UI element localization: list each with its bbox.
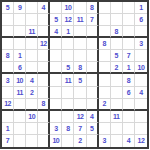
cell-r6c11[interactable]: 1 <box>123 62 135 74</box>
cell-r4c8[interactable] <box>87 38 99 50</box>
cell-r4c9[interactable]: 8 <box>99 38 111 50</box>
cell-r2c11[interactable] <box>123 14 135 26</box>
cell-r10c9[interactable] <box>99 111 111 123</box>
cell-r9c12[interactable] <box>135 99 147 111</box>
cell-r8c11[interactable]: 6 <box>123 87 135 99</box>
cell-r2c8[interactable]: 7 <box>87 14 99 26</box>
cell-r11c11[interactable] <box>123 123 135 135</box>
cell-r5c9[interactable] <box>99 50 111 62</box>
cell-r10c7[interactable]: 12 <box>74 111 86 123</box>
cell-r4c3[interactable] <box>26 38 38 50</box>
cell-r6c9[interactable] <box>99 62 111 74</box>
cell-r10c12[interactable] <box>135 111 147 123</box>
cell-r7c3[interactable]: 4 <box>26 74 38 86</box>
cell-r9c3[interactable] <box>26 99 38 111</box>
cell-r9c1[interactable]: 12 <box>2 99 14 111</box>
cell-r9c4[interactable]: 8 <box>38 99 50 111</box>
cell-r1c3[interactable] <box>26 2 38 14</box>
cell-r12c9[interactable]: 3 <box>99 135 111 147</box>
cell-r1c11[interactable] <box>123 2 135 14</box>
cell-r8c4[interactable] <box>38 87 50 99</box>
cell-r4c7[interactable] <box>74 38 86 50</box>
cell-r5c1[interactable]: 8 <box>2 50 14 62</box>
cell-r11c5[interactable]: 3 <box>50 123 62 135</box>
cell-r5c10[interactable]: 5 <box>111 50 123 62</box>
cell-r3c1[interactable] <box>2 26 14 38</box>
cell-r2c5[interactable]: 5 <box>50 14 62 26</box>
cell-r12c12[interactable]: 12 <box>135 135 147 147</box>
cell-r3c4[interactable] <box>38 26 50 38</box>
sudoku-board: 5941081512117611418128381576582110310411… <box>0 0 149 149</box>
cell-r7c4[interactable] <box>38 74 50 86</box>
cell-r10c5[interactable] <box>50 111 62 123</box>
cell-r8c8[interactable] <box>87 87 99 99</box>
cell-r2c6[interactable]: 12 <box>62 14 74 26</box>
cell-r4c1[interactable] <box>2 38 14 50</box>
cell-r4c11[interactable] <box>123 38 135 50</box>
cell-r3c11[interactable] <box>123 26 135 38</box>
cell-r3c10[interactable]: 8 <box>111 26 123 38</box>
cell-r1c9[interactable] <box>99 2 111 14</box>
cell-r12c4[interactable] <box>38 135 50 147</box>
cell-r7c2[interactable]: 10 <box>14 74 26 86</box>
cell-r7c9[interactable] <box>99 74 111 86</box>
cell-r3c3[interactable]: 11 <box>26 26 38 38</box>
cell-r8c2[interactable]: 11 <box>14 87 26 99</box>
cell-r8c1[interactable] <box>2 87 14 99</box>
cell-r7c6[interactable]: 11 <box>62 74 74 86</box>
cell-r1c10[interactable] <box>111 2 123 14</box>
cell-r5c4[interactable] <box>38 50 50 62</box>
cell-r2c9[interactable] <box>99 14 111 26</box>
cell-r8c7[interactable] <box>74 87 86 99</box>
cell-r11c7[interactable]: 7 <box>74 123 86 135</box>
cell-r9c5[interactable] <box>50 99 62 111</box>
cell-r7c8[interactable] <box>87 74 99 86</box>
cell-r5c8[interactable] <box>87 50 99 62</box>
cell-r7c1[interactable]: 3 <box>2 74 14 86</box>
cell-r4c4[interactable]: 12 <box>38 38 50 50</box>
cell-r9c9[interactable]: 2 <box>99 99 111 111</box>
cell-r12c7[interactable]: 2 <box>74 135 86 147</box>
cell-r12c1[interactable]: 7 <box>2 135 14 147</box>
cell-r1c12[interactable]: 1 <box>135 2 147 14</box>
cell-r5c3[interactable] <box>26 50 38 62</box>
cell-r6c1[interactable] <box>2 62 14 74</box>
cell-r12c10[interactable] <box>111 135 123 147</box>
cell-r4c12[interactable]: 3 <box>135 38 147 50</box>
cell-r3c6[interactable]: 1 <box>62 26 74 38</box>
cell-r6c6[interactable]: 5 <box>62 62 74 74</box>
cell-r3c5[interactable]: 4 <box>50 26 62 38</box>
cell-r9c10[interactable] <box>111 99 123 111</box>
cell-r6c12[interactable]: 10 <box>135 62 147 74</box>
cell-r11c8[interactable]: 5 <box>87 123 99 135</box>
cell-r2c4[interactable] <box>38 14 50 26</box>
cell-r6c8[interactable] <box>87 62 99 74</box>
cell-r2c1[interactable] <box>2 14 14 26</box>
cell-r4c5[interactable] <box>50 38 62 50</box>
cell-r1c8[interactable]: 8 <box>87 2 99 14</box>
cell-r9c2[interactable] <box>14 99 26 111</box>
cell-r10c8[interactable]: 4 <box>87 111 99 123</box>
cell-r5c12[interactable] <box>135 50 147 62</box>
cell-r9c7[interactable] <box>74 99 86 111</box>
cell-r7c11[interactable]: 8 <box>123 74 135 86</box>
cell-r12c6[interactable] <box>62 135 74 147</box>
cell-r1c4[interactable]: 4 <box>38 2 50 14</box>
cell-r2c2[interactable] <box>14 14 26 26</box>
cell-r7c12[interactable] <box>135 74 147 86</box>
cell-r11c9[interactable] <box>99 123 111 135</box>
cell-r11c10[interactable] <box>111 123 123 135</box>
cell-r9c6[interactable] <box>62 99 74 111</box>
cell-r1c7[interactable] <box>74 2 86 14</box>
cell-r6c3[interactable] <box>26 62 38 74</box>
cell-r2c10[interactable] <box>111 14 123 26</box>
cell-r8c6[interactable] <box>62 87 74 99</box>
cell-r11c6[interactable]: 8 <box>62 123 74 135</box>
cell-r5c5[interactable] <box>50 50 62 62</box>
cell-r8c10[interactable] <box>111 87 123 99</box>
cell-r11c1[interactable]: 1 <box>2 123 14 135</box>
cell-r10c2[interactable] <box>14 111 26 123</box>
cell-r3c2[interactable] <box>14 26 26 38</box>
cell-r6c2[interactable]: 6 <box>14 62 26 74</box>
cell-r6c10[interactable]: 2 <box>111 62 123 74</box>
cell-r2c7[interactable]: 11 <box>74 14 86 26</box>
cell-r4c10[interactable] <box>111 38 123 50</box>
cell-r1c1[interactable]: 5 <box>2 2 14 14</box>
cell-r9c11[interactable] <box>123 99 135 111</box>
cell-r7c7[interactable]: 5 <box>74 74 86 86</box>
cell-r11c12[interactable] <box>135 123 147 135</box>
cell-r1c6[interactable]: 10 <box>62 2 74 14</box>
cell-r11c4[interactable] <box>38 123 50 135</box>
cell-r5c6[interactable] <box>62 50 74 62</box>
cell-r12c11[interactable]: 4 <box>123 135 135 147</box>
cell-r7c5[interactable] <box>50 74 62 86</box>
cell-r10c11[interactable] <box>123 111 135 123</box>
cell-r3c9[interactable] <box>99 26 111 38</box>
cell-r4c6[interactable] <box>62 38 74 50</box>
cell-r10c10[interactable]: 11 <box>111 111 123 123</box>
cell-r10c6[interactable] <box>62 111 74 123</box>
cell-r10c3[interactable]: 10 <box>26 111 38 123</box>
cell-r8c9[interactable] <box>99 87 111 99</box>
cell-r3c12[interactable] <box>135 26 147 38</box>
cell-r6c5[interactable] <box>50 62 62 74</box>
cell-r8c5[interactable] <box>50 87 62 99</box>
cell-r5c7[interactable] <box>74 50 86 62</box>
cell-r3c7[interactable] <box>74 26 86 38</box>
cell-r8c3[interactable]: 2 <box>26 87 38 99</box>
cell-r10c1[interactable] <box>2 111 14 123</box>
cell-r12c8[interactable] <box>87 135 99 147</box>
cell-r12c5[interactable]: 10 <box>50 135 62 147</box>
cell-r7c10[interactable] <box>111 74 123 86</box>
cell-r5c11[interactable]: 7 <box>123 50 135 62</box>
cell-r8c12[interactable]: 4 <box>135 87 147 99</box>
cell-r11c2[interactable] <box>14 123 26 135</box>
cell-r1c2[interactable]: 9 <box>14 2 26 14</box>
cell-r2c12[interactable]: 6 <box>135 14 147 26</box>
cell-r9c8[interactable] <box>87 99 99 111</box>
cell-r6c7[interactable]: 8 <box>74 62 86 74</box>
cell-r12c2[interactable] <box>14 135 26 147</box>
cell-r2c3[interactable] <box>26 14 38 26</box>
cell-r5c2[interactable]: 1 <box>14 50 26 62</box>
cell-r4c2[interactable] <box>14 38 26 50</box>
cell-r10c4[interactable] <box>38 111 50 123</box>
cell-r11c3[interactable] <box>26 123 38 135</box>
cell-r3c8[interactable] <box>87 26 99 38</box>
cell-r12c3[interactable] <box>26 135 38 147</box>
cell-r1c5[interactable] <box>50 2 62 14</box>
cell-r6c4[interactable] <box>38 62 50 74</box>
